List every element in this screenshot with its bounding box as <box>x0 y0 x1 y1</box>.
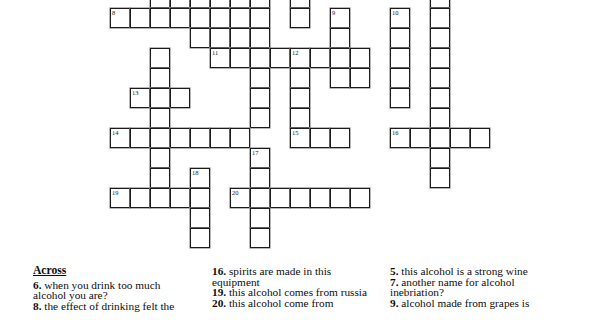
grid-cell[interactable] <box>170 128 190 148</box>
clue-number-label: 12 <box>292 49 299 56</box>
grid-cell[interactable] <box>410 128 430 148</box>
grid-cell[interactable] <box>330 28 350 48</box>
grid-cell[interactable] <box>210 28 230 48</box>
clue-text: another name for alcohol inebriation? <box>390 276 515 299</box>
grid-cell[interactable] <box>150 0 170 8</box>
grid-cell[interactable] <box>130 128 150 148</box>
grid-cell[interactable]: 19 <box>110 188 130 208</box>
grid-cell[interactable] <box>290 108 310 128</box>
grid-cell[interactable] <box>230 48 250 68</box>
grid-cell[interactable] <box>130 188 150 208</box>
grid-cell[interactable] <box>190 0 210 8</box>
grid-cell[interactable] <box>430 108 450 128</box>
clue-item: 8. the effect of drinking felt the <box>33 301 209 312</box>
grid-cell[interactable] <box>450 128 470 148</box>
grid-cell[interactable] <box>270 188 290 208</box>
grid-cell[interactable]: 12 <box>290 48 310 68</box>
grid-cell[interactable]: 16 <box>390 128 410 148</box>
grid-cell[interactable]: 17 <box>250 148 270 168</box>
clue-number-label: 18 <box>192 169 199 176</box>
grid-cell[interactable] <box>230 0 250 8</box>
grid-cell[interactable] <box>350 188 370 208</box>
grid-cell[interactable] <box>430 48 450 68</box>
grid-cell[interactable] <box>170 8 190 28</box>
grid-cell[interactable] <box>430 0 450 8</box>
clue-number-label: 16 <box>392 129 399 136</box>
grid-cell[interactable] <box>230 128 250 148</box>
grid-cell[interactable] <box>430 68 450 88</box>
clue-item: 7. another name for alcohol inebriation? <box>390 277 590 298</box>
clue-number-label: 19 <box>112 189 119 196</box>
grid-cell[interactable] <box>150 188 170 208</box>
grid-cell[interactable] <box>250 188 270 208</box>
clue-number-label: 9 <box>332 9 335 16</box>
grid-cell[interactable] <box>170 88 190 108</box>
clue-number-label: 11 <box>212 49 218 56</box>
grid-cell[interactable] <box>290 0 310 8</box>
clue-number: 20. <box>212 297 226 309</box>
grid-cell[interactable]: 20 <box>230 188 250 208</box>
grid-cell[interactable] <box>150 88 170 108</box>
grid-cell[interactable] <box>290 188 310 208</box>
grid-cell[interactable] <box>170 188 190 208</box>
clue-item: 9. alcohol made from grapes is <box>390 298 590 309</box>
grid-cell[interactable] <box>430 8 450 28</box>
grid-cell[interactable] <box>390 28 410 48</box>
grid-cell[interactable] <box>170 0 190 8</box>
clue-item: 16. spirits are made in this equipment <box>212 266 398 287</box>
grid-cell[interactable] <box>470 128 490 148</box>
clue-number-label: 10 <box>392 9 399 16</box>
grid-cell[interactable] <box>330 128 350 148</box>
grid-cell[interactable] <box>190 128 210 148</box>
grid-cell[interactable]: 13 <box>130 88 150 108</box>
clues-header: Across <box>33 266 209 277</box>
grid-cell[interactable] <box>190 8 210 28</box>
clue-text: spirits are made in this equipment <box>212 265 331 288</box>
clue-column-middle: 16. spirits are made in this equipment19… <box>212 266 398 309</box>
grid-cell[interactable] <box>250 68 270 88</box>
clue-column-right: 5. this alcohol is a strong wine7. anoth… <box>390 266 590 309</box>
clue-text: when you drink too much alcohol you are? <box>33 279 160 302</box>
worksheet-page: 891011121314151617181920 Across6. when y… <box>0 0 600 320</box>
grid-cell[interactable] <box>250 8 270 28</box>
grid-cell[interactable] <box>150 68 170 88</box>
clue-text: the effect of drinking felt the <box>41 300 174 312</box>
grid-cell[interactable]: 10 <box>390 8 410 28</box>
grid-cell[interactable] <box>290 88 310 108</box>
grid-cell[interactable] <box>390 68 410 88</box>
grid-cell[interactable]: 11 <box>210 48 230 68</box>
grid-cell[interactable] <box>250 168 270 188</box>
grid-cell[interactable] <box>330 48 350 68</box>
grid-cell[interactable] <box>430 168 450 188</box>
grid-cell[interactable] <box>330 188 350 208</box>
clue-column-across: Across6. when you drink too much alcohol… <box>33 266 209 312</box>
grid-cell[interactable]: 14 <box>110 128 130 148</box>
grid-cell[interactable] <box>250 228 270 248</box>
grid-cell[interactable] <box>230 28 250 48</box>
grid-cell[interactable] <box>150 168 170 188</box>
grid-cell[interactable] <box>250 28 270 48</box>
clue-number-label: 17 <box>252 149 259 156</box>
grid-cell[interactable] <box>190 188 210 208</box>
grid-cell[interactable]: 8 <box>110 8 130 28</box>
grid-cell[interactable] <box>390 48 410 68</box>
clue-number-label: 14 <box>112 129 119 136</box>
grid-cell[interactable] <box>130 8 150 28</box>
grid-cell[interactable] <box>350 48 370 68</box>
clue-number-label: 20 <box>232 189 239 196</box>
grid-cell[interactable] <box>250 48 270 68</box>
grid-cell[interactable] <box>250 108 270 128</box>
grid-cell[interactable] <box>210 8 230 28</box>
grid-cell[interactable] <box>250 0 270 8</box>
grid-cell[interactable] <box>430 128 450 148</box>
clue-number-label: 13 <box>132 89 139 96</box>
grid-cell[interactable]: 9 <box>330 8 350 28</box>
clue-item: 20. this alcohol come from <box>212 298 398 309</box>
grid-cell[interactable] <box>290 68 310 88</box>
grid-cell[interactable] <box>250 208 270 228</box>
grid-cell[interactable] <box>430 88 450 108</box>
grid-cell[interactable] <box>190 28 210 48</box>
crossword-grid: 891011121314151617181920 <box>110 0 490 248</box>
grid-cell[interactable] <box>210 0 230 8</box>
clue-number-label: 15 <box>292 129 299 136</box>
grid-cell[interactable] <box>190 208 210 228</box>
grid-cell[interactable] <box>390 88 410 108</box>
grid-cell[interactable] <box>150 108 170 128</box>
grid-cell[interactable] <box>310 48 330 68</box>
grid-cell[interactable] <box>350 68 370 88</box>
grid-cell[interactable] <box>310 128 330 148</box>
grid-cell[interactable] <box>190 228 210 248</box>
grid-cell[interactable] <box>150 8 170 28</box>
grid-cell[interactable] <box>210 128 230 148</box>
grid-cell[interactable] <box>150 48 170 68</box>
grid-cell[interactable] <box>230 8 250 28</box>
clue-number-label: 8 <box>112 9 115 16</box>
grid-cell[interactable] <box>270 48 290 68</box>
grid-cell[interactable] <box>150 148 170 168</box>
clue-text: this alcohol come from <box>226 297 333 309</box>
grid-cell[interactable] <box>330 68 350 88</box>
grid-cell[interactable] <box>250 88 270 108</box>
grid-cell[interactable] <box>290 8 310 28</box>
grid-cell[interactable] <box>150 128 170 148</box>
clue-text: alcohol made from grapes is <box>398 297 529 309</box>
grid-cell[interactable] <box>430 148 450 168</box>
grid-cell[interactable]: 18 <box>190 168 210 188</box>
grid-cell[interactable] <box>310 188 330 208</box>
clue-item: 6. when you drink too much alcohol you a… <box>33 280 209 301</box>
grid-cell[interactable] <box>430 28 450 48</box>
grid-cell[interactable]: 15 <box>290 128 310 148</box>
